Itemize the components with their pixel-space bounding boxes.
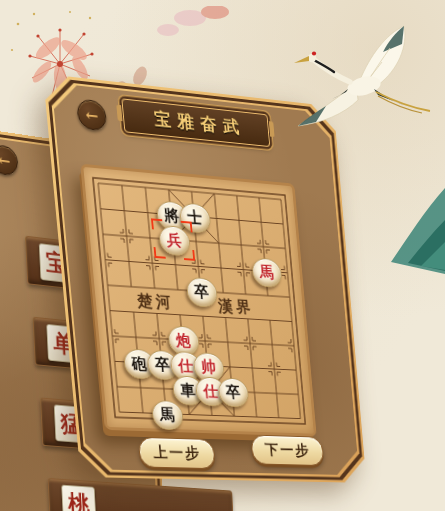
next-step-label: 下一步	[265, 441, 311, 460]
puzzle-panel: ← 宝雅奋武 楚河漢界 將士兵馬卒炮砲卒仕帅車仕卒馬 上一步 下一步	[43, 74, 367, 483]
menu-card-4-label: 桃	[61, 485, 96, 511]
scene: ← 宝 单 猛 桃 ← 宝雅奋武 楚河漢界 將士兵馬卒炮砲卒仕帅車仕卒馬	[0, 0, 445, 511]
prev-step-button[interactable]: 上一步	[138, 437, 216, 469]
piece-卒-f5r5[interactable]: 卒	[185, 277, 218, 308]
prev-step-label: 上一步	[153, 443, 202, 463]
piece-馬-f3r10[interactable]: 馬	[150, 399, 183, 430]
back-arrow-icon: ←	[84, 105, 99, 125]
puzzle-title: 宝雅奋武	[147, 106, 247, 140]
pieces-layer: 將士兵馬卒炮砲卒仕帅車仕卒馬	[83, 167, 314, 434]
back-arrow-icon: ←	[0, 150, 11, 170]
piece-士-f5r2[interactable]: 士	[178, 202, 211, 234]
piece-兵-f4r3[interactable]: 兵	[158, 225, 191, 257]
next-step-button[interactable]: 下一步	[250, 435, 324, 467]
mountains-art	[355, 182, 445, 282]
xiangqi-board[interactable]: 楚河漢界 將士兵馬卒炮砲卒仕帅車仕卒馬	[80, 164, 317, 437]
piece-馬-f8r4[interactable]: 馬	[251, 257, 283, 288]
